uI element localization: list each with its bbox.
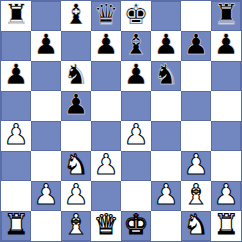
square-f6[interactable]: ♞ bbox=[151, 61, 181, 91]
square-a5[interactable] bbox=[1, 91, 31, 121]
square-a2[interactable] bbox=[1, 181, 31, 211]
square-c1[interactable]: ♝ bbox=[61, 211, 91, 241]
white-pawn-icon[interactable]: ♟ bbox=[63, 181, 88, 209]
black-pawn-icon[interactable]: ♟ bbox=[183, 31, 208, 59]
white-knight-icon[interactable]: ♞ bbox=[63, 151, 88, 179]
square-c3[interactable]: ♞ bbox=[61, 151, 91, 181]
square-c7[interactable] bbox=[61, 31, 91, 61]
white-bishop-icon[interactable]: ♝ bbox=[63, 211, 88, 239]
square-c5[interactable]: ♟ bbox=[61, 91, 91, 121]
square-c6[interactable]: ♞ bbox=[61, 61, 91, 91]
square-a6[interactable]: ♟ bbox=[1, 61, 31, 91]
square-f2[interactable]: ♟ bbox=[151, 181, 181, 211]
black-pawn-icon[interactable]: ♟ bbox=[63, 91, 88, 119]
black-knight-icon[interactable]: ♞ bbox=[153, 61, 178, 89]
square-a1[interactable]: ♜ bbox=[1, 211, 31, 241]
square-e7[interactable]: ♝ bbox=[121, 31, 151, 61]
square-g6[interactable] bbox=[181, 61, 211, 91]
square-h8[interactable]: ♜ bbox=[211, 1, 241, 31]
white-pawn-icon[interactable]: ♟ bbox=[3, 121, 28, 149]
square-d2[interactable] bbox=[91, 181, 121, 211]
black-rook-icon[interactable]: ♜ bbox=[213, 1, 238, 29]
square-b7[interactable]: ♟ bbox=[31, 31, 61, 61]
square-h7[interactable]: ♟ bbox=[211, 31, 241, 61]
square-d7[interactable]: ♟ bbox=[91, 31, 121, 61]
square-e8[interactable]: ♚ bbox=[121, 1, 151, 31]
square-e4[interactable]: ♟ bbox=[121, 121, 151, 151]
square-b1[interactable] bbox=[31, 211, 61, 241]
white-pawn-icon[interactable]: ♟ bbox=[93, 151, 118, 179]
square-g4[interactable] bbox=[181, 121, 211, 151]
black-pawn-icon[interactable]: ♟ bbox=[33, 31, 58, 59]
white-pawn-icon[interactable]: ♟ bbox=[153, 181, 178, 209]
square-g8[interactable] bbox=[181, 1, 211, 31]
white-pawn-icon[interactable]: ♟ bbox=[33, 181, 58, 209]
black-pawn-icon[interactable]: ♟ bbox=[93, 31, 118, 59]
white-rook-icon[interactable]: ♜ bbox=[3, 211, 28, 239]
square-c8[interactable]: ♝ bbox=[61, 1, 91, 31]
square-d6[interactable] bbox=[91, 61, 121, 91]
square-b8[interactable] bbox=[31, 1, 61, 31]
square-a8[interactable]: ♜ bbox=[1, 1, 31, 31]
square-b6[interactable] bbox=[31, 61, 61, 91]
square-b3[interactable] bbox=[31, 151, 61, 181]
white-pawn-icon[interactable]: ♟ bbox=[123, 121, 148, 149]
square-h6[interactable] bbox=[211, 61, 241, 91]
square-a4[interactable]: ♟ bbox=[1, 121, 31, 151]
square-g5[interactable] bbox=[181, 91, 211, 121]
black-bishop-icon[interactable]: ♝ bbox=[63, 1, 88, 29]
square-a7[interactable] bbox=[1, 31, 31, 61]
square-b5[interactable] bbox=[31, 91, 61, 121]
square-d8[interactable]: ♛ bbox=[91, 1, 121, 31]
square-h5[interactable] bbox=[211, 91, 241, 121]
square-b2[interactable]: ♟ bbox=[31, 181, 61, 211]
black-knight-icon[interactable]: ♞ bbox=[63, 61, 88, 89]
white-king-icon[interactable]: ♚ bbox=[123, 211, 148, 239]
black-bishop-icon[interactable]: ♝ bbox=[123, 31, 148, 59]
square-f4[interactable] bbox=[151, 121, 181, 151]
chess-board: ♜♝♛♚♜♟♟♝♟♟♟♟♞♟♞♟♟♟♞♟♟♟♟♟♝♟♜♝♛♚♞♜ bbox=[0, 0, 242, 242]
square-g2[interactable]: ♝ bbox=[181, 181, 211, 211]
square-f3[interactable] bbox=[151, 151, 181, 181]
square-e6[interactable]: ♟ bbox=[121, 61, 151, 91]
square-g1[interactable]: ♞ bbox=[181, 211, 211, 241]
white-pawn-icon[interactable]: ♟ bbox=[213, 181, 238, 209]
square-c4[interactable] bbox=[61, 121, 91, 151]
square-e5[interactable] bbox=[121, 91, 151, 121]
square-e3[interactable] bbox=[121, 151, 151, 181]
square-h2[interactable]: ♟ bbox=[211, 181, 241, 211]
square-d4[interactable] bbox=[91, 121, 121, 151]
square-f5[interactable] bbox=[151, 91, 181, 121]
square-h1[interactable]: ♜ bbox=[211, 211, 241, 241]
white-pawn-icon[interactable]: ♟ bbox=[183, 151, 208, 179]
square-d3[interactable]: ♟ bbox=[91, 151, 121, 181]
black-pawn-icon[interactable]: ♟ bbox=[153, 31, 178, 59]
square-g3[interactable]: ♟ bbox=[181, 151, 211, 181]
square-f7[interactable]: ♟ bbox=[151, 31, 181, 61]
square-e1[interactable]: ♚ bbox=[121, 211, 151, 241]
square-g7[interactable]: ♟ bbox=[181, 31, 211, 61]
square-d5[interactable] bbox=[91, 91, 121, 121]
square-h3[interactable] bbox=[211, 151, 241, 181]
black-king-icon[interactable]: ♚ bbox=[123, 1, 148, 29]
square-h4[interactable] bbox=[211, 121, 241, 151]
white-rook-icon[interactable]: ♜ bbox=[213, 211, 238, 239]
square-b4[interactable] bbox=[31, 121, 61, 151]
black-queen-icon[interactable]: ♛ bbox=[93, 1, 118, 29]
black-pawn-icon[interactable]: ♟ bbox=[213, 31, 238, 59]
square-f1[interactable] bbox=[151, 211, 181, 241]
black-pawn-icon[interactable]: ♟ bbox=[123, 61, 148, 89]
square-d1[interactable]: ♛ bbox=[91, 211, 121, 241]
white-queen-icon[interactable]: ♛ bbox=[93, 211, 118, 239]
black-pawn-icon[interactable]: ♟ bbox=[3, 61, 28, 89]
black-rook-icon[interactable]: ♜ bbox=[3, 1, 28, 29]
square-c2[interactable]: ♟ bbox=[61, 181, 91, 211]
square-e2[interactable] bbox=[121, 181, 151, 211]
square-f8[interactable] bbox=[151, 1, 181, 31]
white-bishop-icon[interactable]: ♝ bbox=[183, 181, 208, 209]
square-a3[interactable] bbox=[1, 151, 31, 181]
white-knight-icon[interactable]: ♞ bbox=[183, 211, 208, 239]
